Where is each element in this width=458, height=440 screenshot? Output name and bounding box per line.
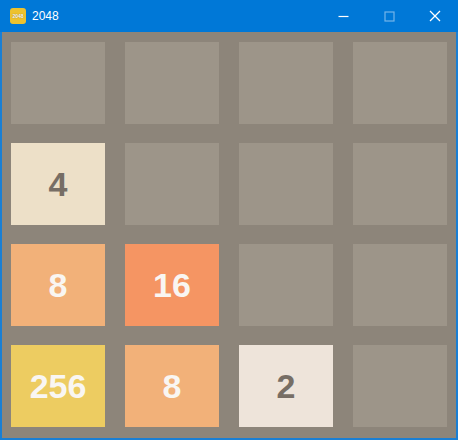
maximize-icon bbox=[384, 11, 395, 22]
title-bar[interactable]: 2048 2048 bbox=[0, 0, 458, 32]
tile-16-r3c2: 16 bbox=[125, 244, 219, 326]
close-button[interactable] bbox=[412, 0, 458, 32]
app-icon-2048: 2048 bbox=[10, 8, 26, 24]
empty-cell-r1c1 bbox=[11, 42, 105, 124]
minimize-button[interactable] bbox=[320, 0, 366, 32]
empty-cell-r1c4 bbox=[353, 42, 447, 124]
empty-cell-r2c3 bbox=[239, 143, 333, 225]
app-window: 2048 2048 bbox=[0, 0, 458, 440]
close-icon bbox=[429, 10, 441, 22]
tile-8-r4c2: 8 bbox=[125, 345, 219, 427]
window-title: 2048 bbox=[32, 9, 59, 23]
tile-4-r2c1: 4 bbox=[11, 143, 105, 225]
tile-8-r3c1: 8 bbox=[11, 244, 105, 326]
empty-cell-r2c2 bbox=[125, 143, 219, 225]
game-board[interactable]: 481625682 bbox=[0, 32, 458, 440]
board-grid: 481625682 bbox=[11, 42, 447, 427]
empty-cell-r1c2 bbox=[125, 42, 219, 124]
empty-cell-r2c4 bbox=[353, 143, 447, 225]
empty-cell-r3c3 bbox=[239, 244, 333, 326]
empty-cell-r4c4 bbox=[353, 345, 447, 427]
tile-256-r4c1: 256 bbox=[11, 345, 105, 427]
minimize-icon bbox=[338, 11, 349, 22]
empty-cell-r3c4 bbox=[353, 244, 447, 326]
empty-cell-r1c3 bbox=[239, 42, 333, 124]
tile-2-r4c3: 2 bbox=[239, 345, 333, 427]
maximize-button[interactable] bbox=[366, 0, 412, 32]
